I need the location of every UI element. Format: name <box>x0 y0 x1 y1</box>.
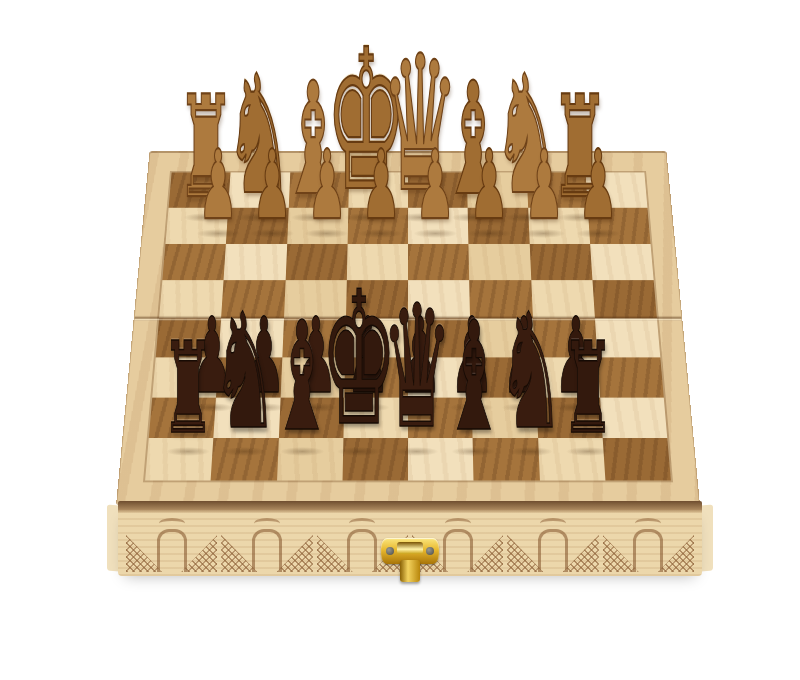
latch-screw <box>386 547 394 555</box>
board-square <box>471 357 536 397</box>
board-square <box>226 208 288 244</box>
board-square <box>536 397 603 438</box>
box-lid-shadow <box>118 501 702 513</box>
board-square <box>602 438 670 480</box>
board-square <box>145 438 213 480</box>
board-square <box>346 280 408 318</box>
board-square <box>156 318 222 357</box>
board-square <box>408 397 473 438</box>
board-square <box>277 438 344 480</box>
board-square <box>162 243 226 280</box>
board-square <box>531 280 595 318</box>
board-square <box>538 438 606 480</box>
board-square <box>408 243 469 280</box>
board-square <box>284 280 347 318</box>
board-square <box>347 208 408 244</box>
board-square <box>169 172 231 207</box>
board-square <box>473 438 540 480</box>
board-square <box>166 208 229 244</box>
board-square <box>592 280 657 318</box>
board-square <box>597 357 664 397</box>
box-side-right <box>701 505 713 572</box>
board-square <box>347 243 408 280</box>
board-square <box>211 438 279 480</box>
board-square <box>287 208 348 244</box>
board-square <box>408 318 471 357</box>
board-square <box>214 397 281 438</box>
board-square <box>159 280 224 318</box>
board-square <box>344 357 408 397</box>
board-square <box>221 280 285 318</box>
board-square <box>278 397 344 438</box>
board-square <box>149 397 216 438</box>
board-square <box>600 397 667 438</box>
board-square <box>526 172 587 207</box>
board-square <box>285 243 347 280</box>
board-square <box>470 318 534 357</box>
board-square <box>588 208 651 244</box>
board-square <box>408 438 474 480</box>
board-square <box>469 280 532 318</box>
latch-knob <box>400 560 420 582</box>
board-square <box>345 318 408 357</box>
board-square <box>408 208 469 244</box>
board-square <box>219 318 284 357</box>
board-square <box>282 318 346 357</box>
board-square <box>468 208 529 244</box>
product-photo: ♜♞♝♚♛♝♞♜♟♟♟♟♟♟♟♟♟♟♟♟♟♟♟♟♜♞♝♚♛♝♞♜ <box>0 0 800 680</box>
board-square <box>585 172 647 207</box>
board-square <box>528 208 590 244</box>
board-square <box>529 243 592 280</box>
board-grid <box>145 172 671 480</box>
brass-latch <box>381 538 439 564</box>
board-square <box>280 357 345 397</box>
board-square <box>216 357 282 397</box>
board-square <box>348 172 408 207</box>
board-square <box>534 357 600 397</box>
board-square <box>288 172 349 207</box>
pyrography-arch <box>219 516 314 572</box>
box-front-panel <box>118 506 702 576</box>
board-square <box>469 243 531 280</box>
board-square <box>228 172 289 207</box>
latch-window <box>397 542 423 554</box>
board-hinge-seam <box>134 316 681 321</box>
board-square <box>472 397 538 438</box>
pyrography-arch <box>124 516 219 572</box>
board-square <box>152 357 219 397</box>
board-square <box>467 172 528 207</box>
board-square <box>408 280 470 318</box>
pyrography-arch <box>505 516 600 572</box>
latch-screw <box>426 547 434 555</box>
chess-board <box>116 151 700 505</box>
board-square <box>224 243 287 280</box>
board-square <box>532 318 597 357</box>
board-square <box>342 438 408 480</box>
board-square <box>343 397 408 438</box>
board-square <box>408 172 468 207</box>
pyrography-arch <box>601 516 696 572</box>
board-square <box>595 318 661 357</box>
board-square <box>408 357 472 397</box>
board-square <box>590 243 654 280</box>
